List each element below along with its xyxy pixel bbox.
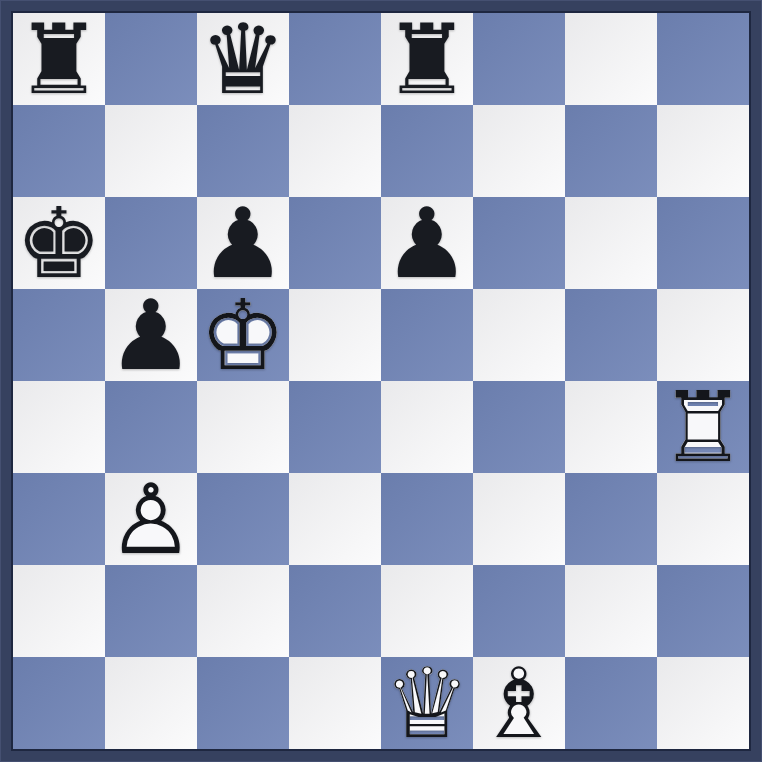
- square-d3[interactable]: [289, 473, 381, 565]
- square-h4[interactable]: ♜♖: [657, 381, 749, 473]
- white-piece-outline-glyph: ♗: [473, 657, 565, 749]
- square-e1[interactable]: ♛♕: [381, 657, 473, 749]
- square-b6[interactable]: [105, 197, 197, 289]
- square-d8[interactable]: [289, 13, 381, 105]
- square-d1[interactable]: [289, 657, 381, 749]
- square-h5[interactable]: [657, 289, 749, 381]
- square-a2[interactable]: [13, 565, 105, 657]
- white-piece-outline-glyph: ♕: [381, 657, 473, 749]
- piece-black-rook[interactable]: ♜: [13, 13, 105, 105]
- piece-black-queen[interactable]: ♛: [197, 13, 289, 105]
- square-f2[interactable]: [473, 565, 565, 657]
- square-b7[interactable]: [105, 105, 197, 197]
- square-g6[interactable]: [565, 197, 657, 289]
- square-e6[interactable]: ♟: [381, 197, 473, 289]
- square-a4[interactable]: [13, 381, 105, 473]
- square-g7[interactable]: [565, 105, 657, 197]
- square-a8[interactable]: ♜: [13, 13, 105, 105]
- square-a7[interactable]: [13, 105, 105, 197]
- piece-black-rook[interactable]: ♜: [381, 13, 473, 105]
- square-e7[interactable]: [381, 105, 473, 197]
- square-b1[interactable]: [105, 657, 197, 749]
- square-f3[interactable]: [473, 473, 565, 565]
- white-piece-outline-glyph: ♔: [197, 289, 289, 381]
- square-g2[interactable]: [565, 565, 657, 657]
- square-c3[interactable]: [197, 473, 289, 565]
- square-f4[interactable]: [473, 381, 565, 473]
- piece-white-queen[interactable]: ♛♕: [381, 657, 473, 749]
- square-e4[interactable]: [381, 381, 473, 473]
- square-c7[interactable]: [197, 105, 289, 197]
- square-g8[interactable]: [565, 13, 657, 105]
- square-a1[interactable]: [13, 657, 105, 749]
- piece-white-bishop[interactable]: ♝♗: [473, 657, 565, 749]
- square-h1[interactable]: [657, 657, 749, 749]
- square-d6[interactable]: [289, 197, 381, 289]
- square-e5[interactable]: [381, 289, 473, 381]
- square-c4[interactable]: [197, 381, 289, 473]
- square-b5[interactable]: ♟: [105, 289, 197, 381]
- square-b2[interactable]: [105, 565, 197, 657]
- piece-black-pawn[interactable]: ♟: [381, 197, 473, 289]
- square-d2[interactable]: [289, 565, 381, 657]
- square-g3[interactable]: [565, 473, 657, 565]
- square-f8[interactable]: [473, 13, 565, 105]
- square-c8[interactable]: ♛: [197, 13, 289, 105]
- chess-board-frame: ♜♛♜♚♟♟♟♚♔♜♖♟♙♛♕♝♗: [0, 0, 762, 762]
- piece-white-king[interactable]: ♚♔: [197, 289, 289, 381]
- piece-white-rook[interactable]: ♜♖: [657, 381, 749, 473]
- square-f6[interactable]: [473, 197, 565, 289]
- white-piece-outline-glyph: ♖: [657, 381, 749, 473]
- square-a6[interactable]: ♚: [13, 197, 105, 289]
- square-f7[interactable]: [473, 105, 565, 197]
- square-a5[interactable]: [13, 289, 105, 381]
- square-b8[interactable]: [105, 13, 197, 105]
- piece-white-pawn[interactable]: ♟♙: [105, 473, 197, 565]
- square-e8[interactable]: ♜: [381, 13, 473, 105]
- piece-black-pawn[interactable]: ♟: [105, 289, 197, 381]
- square-f5[interactable]: [473, 289, 565, 381]
- square-c5[interactable]: ♚♔: [197, 289, 289, 381]
- square-g1[interactable]: [565, 657, 657, 749]
- square-d4[interactable]: [289, 381, 381, 473]
- square-b4[interactable]: [105, 381, 197, 473]
- square-c1[interactable]: [197, 657, 289, 749]
- square-h8[interactable]: [657, 13, 749, 105]
- square-g5[interactable]: [565, 289, 657, 381]
- square-c2[interactable]: [197, 565, 289, 657]
- square-d7[interactable]: [289, 105, 381, 197]
- piece-black-king[interactable]: ♚: [13, 197, 105, 289]
- square-b3[interactable]: ♟♙: [105, 473, 197, 565]
- square-h3[interactable]: [657, 473, 749, 565]
- square-g4[interactable]: [565, 381, 657, 473]
- square-d5[interactable]: [289, 289, 381, 381]
- square-c6[interactable]: ♟: [197, 197, 289, 289]
- white-piece-outline-glyph: ♙: [105, 473, 197, 565]
- square-e2[interactable]: [381, 565, 473, 657]
- square-h6[interactable]: [657, 197, 749, 289]
- square-f1[interactable]: ♝♗: [473, 657, 565, 749]
- square-h2[interactable]: [657, 565, 749, 657]
- square-e3[interactable]: [381, 473, 473, 565]
- chess-board: ♜♛♜♚♟♟♟♚♔♜♖♟♙♛♕♝♗: [13, 13, 749, 749]
- piece-black-pawn[interactable]: ♟: [197, 197, 289, 289]
- square-a3[interactable]: [13, 473, 105, 565]
- square-h7[interactable]: [657, 105, 749, 197]
